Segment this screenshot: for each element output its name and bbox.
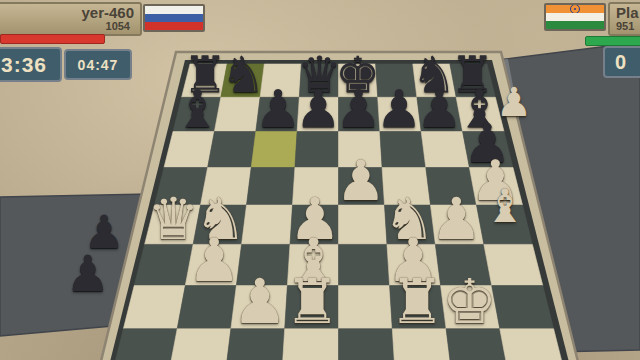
left-player-plate: yer-460 1054 <box>0 2 142 36</box>
white-pawn-e5[interactable]: ♟ <box>336 153 386 209</box>
square-c5[interactable] <box>247 168 295 206</box>
square-a2[interactable] <box>123 286 185 329</box>
right-player-name: Pla <box>610 4 640 21</box>
square-e1[interactable] <box>339 329 396 360</box>
black-bishop-a7[interactable]: ♝ <box>174 83 221 135</box>
square-b1[interactable] <box>169 329 231 360</box>
left-main-clock: 3:36 <box>0 47 62 82</box>
left-player-rating: 1054 <box>0 21 140 34</box>
right-player-rating: 951 <box>610 21 640 34</box>
chess-game-scene: ♜♞♛♚♞♜♝♟♟♟♟♟♝♟♟♟♛♞♟♞♟♟♝♟♟♜♜♚♟♟♟♝ yer-460… <box>0 0 640 360</box>
left-secondary-clock: 04:47 <box>64 49 132 80</box>
white-rook-f2[interactable]: ♜ <box>389 271 445 333</box>
white-pawn-c2[interactable]: ♟ <box>232 271 288 333</box>
square-e3[interactable] <box>339 244 390 285</box>
right-player-plate: Pla 951 <box>608 2 640 36</box>
square-e2[interactable] <box>339 286 393 329</box>
left-player-name: yer-460 <box>0 4 140 21</box>
left-time-bar <box>0 34 105 44</box>
square-c4[interactable] <box>242 205 293 244</box>
captured-white-bishop[interactable]: ♝ <box>484 183 525 229</box>
right-time-bar <box>585 36 640 46</box>
russia-flag-icon <box>143 4 205 32</box>
white-rook-d2[interactable]: ♜ <box>284 271 340 333</box>
right-main-clock-value: 0 <box>615 51 627 74</box>
captured-white-pawn[interactable]: ♟ <box>496 82 532 122</box>
white-king-g2[interactable]: ♚ <box>442 271 498 333</box>
right-main-clock: 0 <box>603 46 640 78</box>
left-secondary-clock-value: 04:47 <box>78 57 119 73</box>
india-flag-icon <box>544 3 606 31</box>
captured-black-pawn[interactable]: ♟ <box>66 249 111 299</box>
left-main-clock-value: 3:36 <box>1 53 47 77</box>
square-h2[interactable] <box>492 286 554 329</box>
